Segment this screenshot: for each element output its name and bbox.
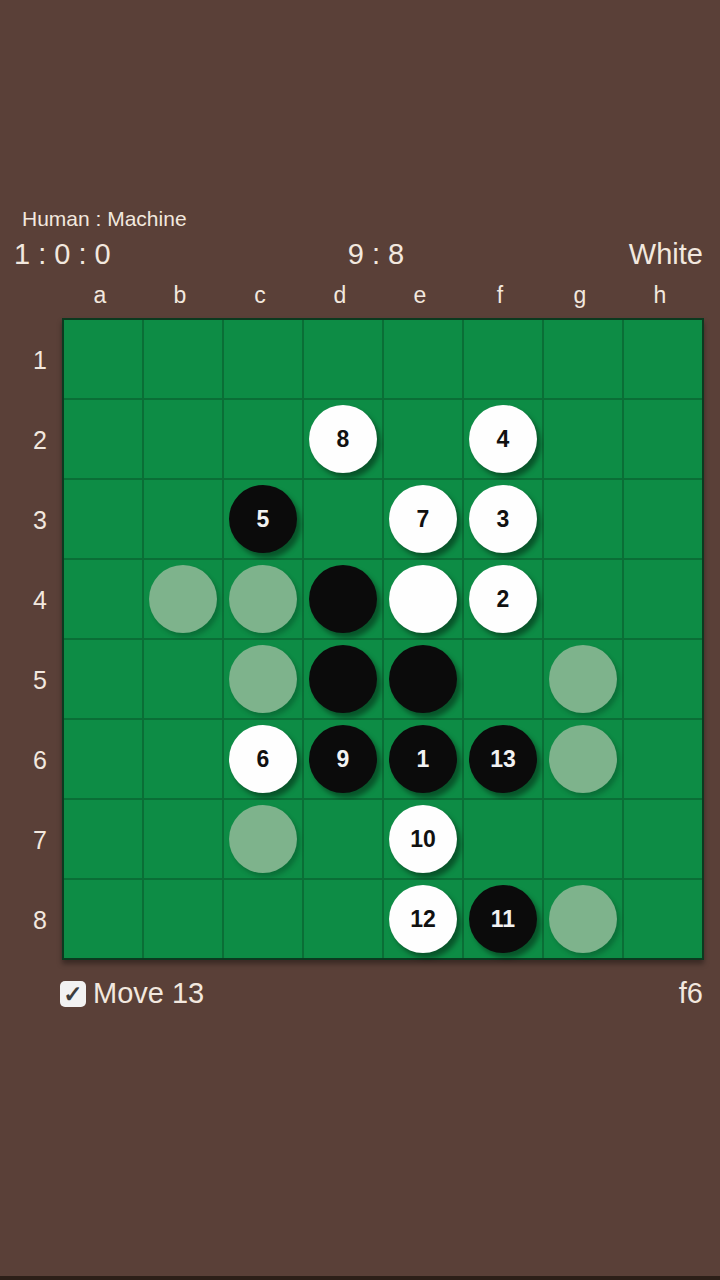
- col-label-e: e: [380, 282, 460, 312]
- cell-b3[interactable]: [144, 480, 222, 558]
- cell-c5[interactable]: [224, 640, 302, 718]
- cell-e3[interactable]: 7: [384, 480, 462, 558]
- move-number: 2: [497, 586, 510, 613]
- players-label: Human : Machine: [22, 207, 187, 231]
- cell-e1[interactable]: [384, 320, 462, 398]
- disc-white: [389, 565, 457, 633]
- disc-score: 9 : 8: [16, 238, 720, 271]
- row-label-1: 1: [20, 320, 60, 400]
- disc-black: 13: [469, 725, 537, 793]
- col-label-c: c: [220, 282, 300, 312]
- disc-white: 12: [389, 885, 457, 953]
- bottom-edge-strip: [0, 1276, 720, 1280]
- col-label-b: b: [140, 282, 220, 312]
- move-hint[interactable]: [549, 885, 617, 953]
- cell-h1[interactable]: [624, 320, 702, 398]
- cell-g6[interactable]: [544, 720, 622, 798]
- cell-d5[interactable]: [304, 640, 382, 718]
- cell-a3[interactable]: [64, 480, 142, 558]
- col-label-d: d: [300, 282, 380, 312]
- cell-b4[interactable]: [144, 560, 222, 638]
- disc-white: 8: [309, 405, 377, 473]
- cell-b8[interactable]: [144, 880, 222, 958]
- disc-white: 3: [469, 485, 537, 553]
- row-label-7: 7: [20, 800, 60, 880]
- othello-app-screen: Human : Machine 1 : 0 : 0 9 : 8 White ab…: [0, 0, 720, 1280]
- move-hint[interactable]: [149, 565, 217, 633]
- cell-g7[interactable]: [544, 800, 622, 878]
- cell-f2[interactable]: 4: [464, 400, 542, 478]
- move-hint[interactable]: [549, 645, 617, 713]
- disc-black: [389, 645, 457, 713]
- cell-d2[interactable]: 8: [304, 400, 382, 478]
- cell-b5[interactable]: [144, 640, 222, 718]
- row-label-3: 3: [20, 480, 60, 560]
- cell-h4[interactable]: [624, 560, 702, 638]
- move-numbers-checkbox[interactable]: ✓: [60, 981, 86, 1007]
- side-label: White: [629, 238, 703, 271]
- disc-white: 4: [469, 405, 537, 473]
- row-label-6: 6: [20, 720, 60, 800]
- cell-d3[interactable]: [304, 480, 382, 558]
- cell-e7[interactable]: 10: [384, 800, 462, 878]
- row-label-8: 8: [20, 880, 60, 960]
- disc-black: 1: [389, 725, 457, 793]
- cell-g1[interactable]: [544, 320, 622, 398]
- cell-d8[interactable]: [304, 880, 382, 958]
- cell-g4[interactable]: [544, 560, 622, 638]
- move-number: 4: [497, 426, 510, 453]
- cell-e2[interactable]: [384, 400, 462, 478]
- cell-f4[interactable]: 2: [464, 560, 542, 638]
- cell-h6[interactable]: [624, 720, 702, 798]
- disc-white: 2: [469, 565, 537, 633]
- column-labels: abcdefgh: [60, 282, 700, 312]
- cell-d6[interactable]: 9: [304, 720, 382, 798]
- move-number: 10: [410, 826, 436, 853]
- cell-h7[interactable]: [624, 800, 702, 878]
- cell-g3[interactable]: [544, 480, 622, 558]
- board: 84573269113101211: [62, 318, 704, 960]
- cell-a6[interactable]: [64, 720, 142, 798]
- cell-a1[interactable]: [64, 320, 142, 398]
- disc-black: 9: [309, 725, 377, 793]
- col-label-g: g: [540, 282, 620, 312]
- move-number: 13: [490, 746, 516, 773]
- col-label-a: a: [60, 282, 140, 312]
- cell-g5[interactable]: [544, 640, 622, 718]
- row-label-2: 2: [20, 400, 60, 480]
- cell-c3[interactable]: 5: [224, 480, 302, 558]
- cell-d1[interactable]: [304, 320, 382, 398]
- cell-f1[interactable]: [464, 320, 542, 398]
- cell-b2[interactable]: [144, 400, 222, 478]
- cell-a4[interactable]: [64, 560, 142, 638]
- disc-black: [309, 565, 377, 633]
- row-label-5: 5: [20, 640, 60, 720]
- cell-c4[interactable]: [224, 560, 302, 638]
- move-number: 11: [491, 906, 515, 933]
- cell-a2[interactable]: [64, 400, 142, 478]
- last-move-label: f6: [679, 977, 703, 1010]
- cell-h8[interactable]: [624, 880, 702, 958]
- cell-h5[interactable]: [624, 640, 702, 718]
- move-number: 12: [410, 906, 436, 933]
- col-label-h: h: [620, 282, 700, 312]
- move-number: 3: [497, 506, 510, 533]
- cell-c6[interactable]: 6: [224, 720, 302, 798]
- cell-h3[interactable]: [624, 480, 702, 558]
- disc-white: 6: [229, 725, 297, 793]
- cell-c1[interactable]: [224, 320, 302, 398]
- disc-black: 5: [229, 485, 297, 553]
- move-number: 8: [337, 426, 350, 453]
- cell-a5[interactable]: [64, 640, 142, 718]
- cell-h2[interactable]: [624, 400, 702, 478]
- row-labels: 12345678: [20, 320, 60, 960]
- cell-c2[interactable]: [224, 400, 302, 478]
- disc-white: 7: [389, 485, 457, 553]
- cell-f5[interactable]: [464, 640, 542, 718]
- cell-c8[interactable]: [224, 880, 302, 958]
- cell-f3[interactable]: 3: [464, 480, 542, 558]
- cell-e4[interactable]: [384, 560, 462, 638]
- cell-g8[interactable]: [544, 880, 622, 958]
- move-number: 6: [257, 746, 270, 773]
- cell-a7[interactable]: [64, 800, 142, 878]
- col-label-f: f: [460, 282, 540, 312]
- cell-b6[interactable]: [144, 720, 222, 798]
- disc-black: 11: [469, 885, 537, 953]
- move-hint[interactable]: [229, 645, 297, 713]
- cell-b1[interactable]: [144, 320, 222, 398]
- move-hint[interactable]: [549, 725, 617, 793]
- move-hint[interactable]: [229, 805, 297, 873]
- cell-c7[interactable]: [224, 800, 302, 878]
- move-number: 9: [337, 746, 350, 773]
- cell-f6[interactable]: 13: [464, 720, 542, 798]
- cell-b7[interactable]: [144, 800, 222, 878]
- cell-d7[interactable]: [304, 800, 382, 878]
- move-label: Move 13: [93, 977, 204, 1010]
- move-number: 5: [257, 506, 270, 533]
- disc-white: 10: [389, 805, 457, 873]
- row-label-4: 4: [20, 560, 60, 640]
- cell-e8[interactable]: 12: [384, 880, 462, 958]
- move-number: 1: [417, 746, 430, 773]
- cell-g2[interactable]: [544, 400, 622, 478]
- cell-a8[interactable]: [64, 880, 142, 958]
- move-number: 7: [417, 506, 430, 533]
- cell-f8[interactable]: 11: [464, 880, 542, 958]
- disc-black: [309, 645, 377, 713]
- cell-d4[interactable]: [304, 560, 382, 638]
- cell-f7[interactable]: [464, 800, 542, 878]
- move-hint[interactable]: [229, 565, 297, 633]
- score-bar: 1 : 0 : 0 9 : 8 White: [0, 238, 720, 274]
- cell-e6[interactable]: 1: [384, 720, 462, 798]
- cell-e5[interactable]: [384, 640, 462, 718]
